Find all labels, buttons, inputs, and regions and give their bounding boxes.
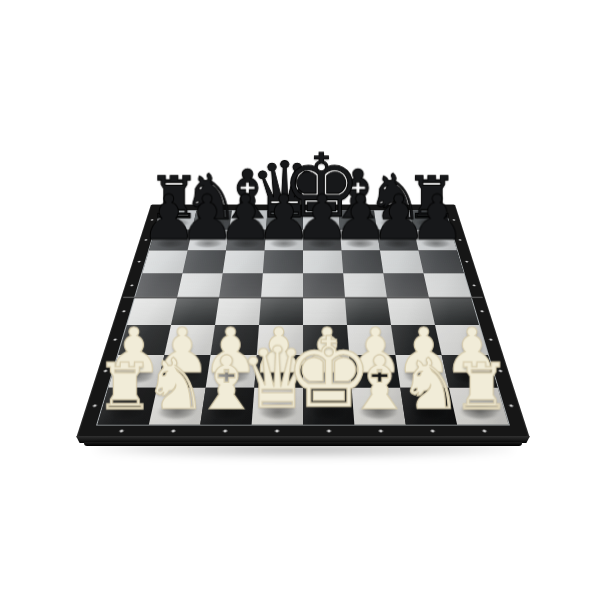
square-d5[interactable]	[261, 273, 303, 298]
board-frame: ♜♞♝♛♚♝♞♜♟♟♟♟♟♟♟♟♟♟♟♟♟♟♟♟♜♞♝♛♚♝♞♜	[76, 204, 530, 437]
square-g6[interactable]	[380, 251, 424, 274]
square-e5[interactable]	[303, 273, 345, 298]
chess-board: ♜♞♝♛♚♝♞♜♟♟♟♟♟♟♟♟♟♟♟♟♟♟♟♟♜♞♝♛♚♝♞♜	[76, 204, 530, 437]
square-a6[interactable]	[142, 251, 187, 274]
square-h1[interactable]: ♜	[449, 388, 509, 425]
product-photo: ♜♞♝♛♚♝♞♜♟♟♟♟♟♟♟♟♟♟♟♟♟♟♟♟♜♞♝♛♚♝♞♜	[0, 0, 600, 600]
square-c5[interactable]	[219, 273, 263, 298]
square-e6[interactable]	[303, 251, 343, 274]
square-a5[interactable]	[135, 273, 182, 298]
piece-black-pawn[interactable]: ♟	[409, 186, 465, 248]
square-b5[interactable]	[177, 273, 223, 298]
square-h6[interactable]	[418, 251, 463, 274]
square-e1[interactable]: ♚	[303, 388, 354, 425]
square-g5[interactable]	[383, 273, 429, 298]
square-h7[interactable]: ♟	[414, 230, 457, 251]
piece-white-rook[interactable]: ♜	[452, 354, 510, 418]
square-b6[interactable]	[182, 251, 226, 274]
chess-board-grid: ♜♞♝♛♚♝♞♜♟♟♟♟♟♟♟♟♟♟♟♟♟♟♟♟♜♞♝♛♚♝♞♜	[98, 211, 509, 425]
frame-rivet-dots-bottom	[94, 427, 511, 435]
board-shadow	[96, 444, 512, 457]
square-f6[interactable]	[341, 251, 383, 274]
piece-white-king[interactable]: ♚	[285, 325, 372, 423]
square-d6[interactable]	[263, 251, 303, 274]
square-f5[interactable]	[343, 273, 387, 298]
square-c6[interactable]	[223, 251, 265, 274]
square-h5[interactable]	[424, 273, 471, 298]
